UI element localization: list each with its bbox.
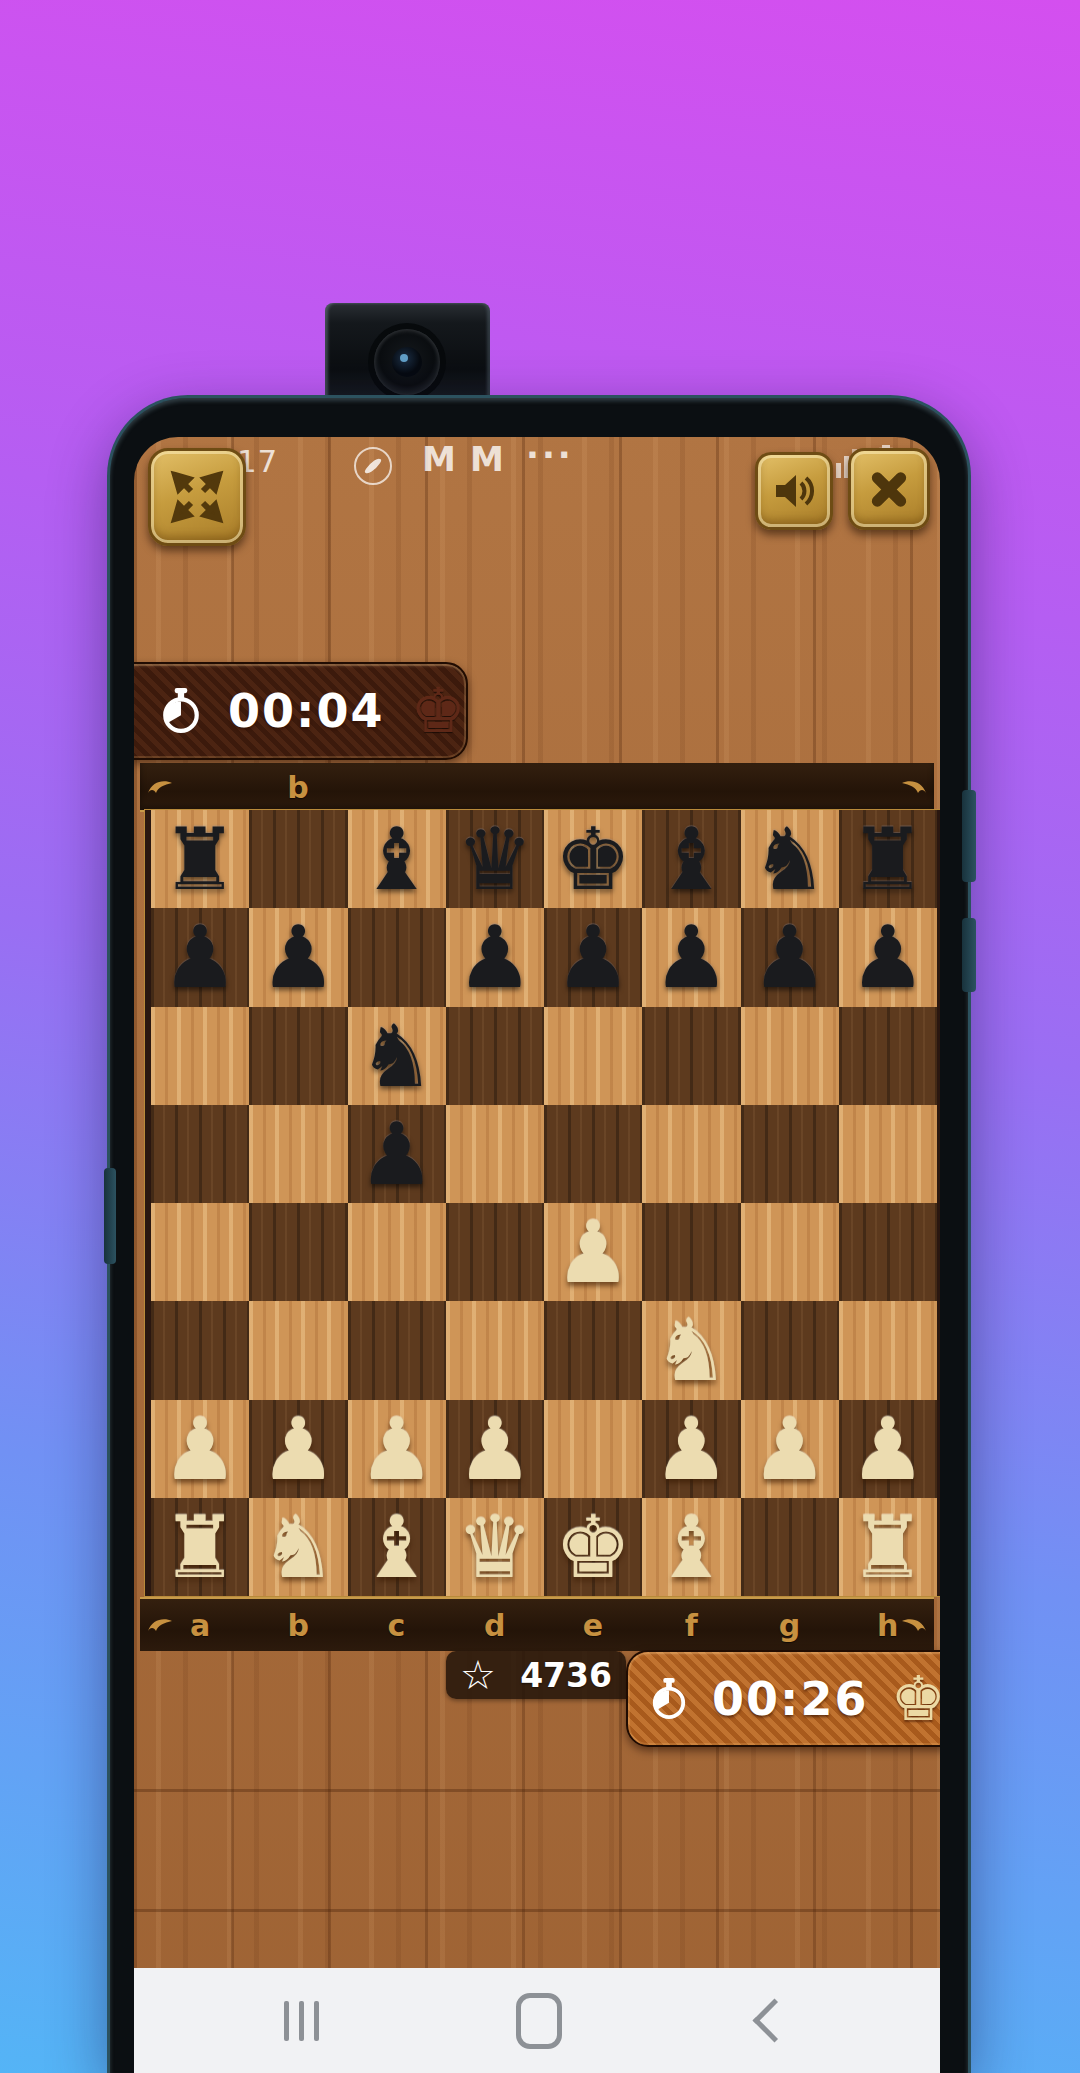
square-e1[interactable]: ♚ (544, 1498, 642, 1596)
volume-button (962, 790, 976, 882)
square-a4[interactable] (151, 1203, 249, 1301)
square-e4[interactable]: ♟ (544, 1203, 642, 1301)
square-c7[interactable] (348, 908, 446, 1006)
file-label-g: g (779, 1608, 800, 1643)
piece-white-N-b1[interactable]: ♞ (249, 1498, 347, 1596)
square-h8[interactable]: ♜ (839, 810, 937, 908)
square-h7[interactable]: ♟ (839, 908, 937, 1006)
square-b4[interactable] (249, 1203, 347, 1301)
square-g2[interactable]: ♟ (741, 1400, 839, 1498)
piece-black-P-h7[interactable]: ♟ (839, 908, 937, 1006)
feather-icon (364, 456, 382, 477)
square-b7[interactable]: ♟ (249, 908, 347, 1006)
piece-white-Q-d1[interactable]: ♛ (446, 1498, 544, 1596)
file-label-a: a (190, 1608, 210, 1643)
square-c8[interactable]: ♝ (348, 810, 446, 908)
square-h6[interactable] (839, 1007, 937, 1105)
gmail-notification-icon: M (422, 439, 456, 479)
square-h3[interactable] (839, 1301, 937, 1399)
white-clock-time: 00:26 (712, 1672, 868, 1726)
piece-black-P-c5[interactable]: ♟ (348, 1105, 446, 1203)
piece-black-P-d7[interactable]: ♟ (446, 908, 544, 1006)
square-d5[interactable] (446, 1105, 544, 1203)
square-e6[interactable] (544, 1007, 642, 1105)
square-b2[interactable]: ♟ (249, 1400, 347, 1498)
camera-lens (374, 329, 440, 395)
star-icon: ☆ (460, 1655, 496, 1695)
square-h2[interactable]: ♟ (839, 1400, 937, 1498)
piece-white-R-h1[interactable]: ♜ (839, 1498, 937, 1596)
square-f6[interactable] (642, 1007, 740, 1105)
popup-camera-module (325, 303, 490, 413)
camera-glint (400, 354, 408, 362)
fullscreen-button[interactable] (148, 448, 246, 546)
phone-screen: 22:17 M M ··· (134, 437, 940, 2073)
piece-black-R-h8[interactable]: ♜ (839, 810, 937, 908)
square-c6[interactable]: ♞ (348, 1007, 446, 1105)
notification-badge-icon (354, 447, 392, 485)
square-h4[interactable] (839, 1203, 937, 1301)
square-g7[interactable]: ♟ (741, 908, 839, 1006)
piece-white-B-f1[interactable]: ♝ (642, 1498, 740, 1596)
square-b8[interactable] (249, 810, 347, 908)
piece-white-K-e1[interactable]: ♚ (544, 1498, 642, 1596)
camera-iris (392, 347, 422, 377)
black-player-clock: 00:04 ♚ (134, 662, 468, 760)
piece-black-P-e7[interactable]: ♟ (544, 908, 642, 1006)
square-e8[interactable]: ♚ (544, 810, 642, 908)
black-clock-time: 00:04 (228, 684, 384, 738)
square-b3[interactable] (249, 1301, 347, 1399)
square-h5[interactable] (839, 1105, 937, 1203)
score-panel: ☆ 4736 (446, 1651, 626, 1699)
square-f8[interactable]: ♝ (642, 810, 740, 908)
black-king-icon: ♚ (410, 680, 466, 742)
board-bottom-border: abcdefgh (140, 1597, 934, 1651)
piece-white-P-f2[interactable]: ♟ (642, 1400, 740, 1498)
white-player-clock: 00:26 ♚ (626, 1650, 940, 1747)
sound-button[interactable] (755, 452, 833, 530)
square-f7[interactable]: ♟ (642, 908, 740, 1006)
file-label-h: h (877, 1608, 898, 1643)
more-notifications-icon: ··· (526, 437, 574, 475)
speaker-icon (771, 468, 817, 514)
stopwatch-icon (160, 679, 202, 743)
square-d6[interactable] (446, 1007, 544, 1105)
square-f3[interactable]: ♞ (642, 1301, 740, 1399)
file-labels-row: abcdefgh (151, 1608, 937, 1648)
square-a1[interactable]: ♜ (151, 1498, 249, 1596)
square-g1[interactable] (741, 1498, 839, 1596)
square-c3[interactable] (348, 1301, 446, 1399)
piece-white-B-c1[interactable]: ♝ (348, 1498, 446, 1596)
square-f4[interactable] (642, 1203, 740, 1301)
x-icon (858, 458, 920, 520)
square-h1[interactable]: ♜ (839, 1498, 937, 1596)
floor-plank-seam (134, 1789, 940, 1792)
square-g4[interactable] (741, 1203, 839, 1301)
piece-black-B-c8[interactable]: ♝ (348, 810, 446, 908)
square-b1[interactable]: ♞ (249, 1498, 347, 1596)
home-button[interactable] (516, 1993, 562, 2049)
piece-black-N-g8[interactable]: ♞ (741, 810, 839, 908)
piece-black-Q-d8[interactable]: ♛ (446, 810, 544, 908)
file-label-c: c (388, 1608, 406, 1643)
piece-black-P-b7[interactable]: ♟ (249, 908, 347, 1006)
square-b6[interactable] (249, 1007, 347, 1105)
square-a7[interactable]: ♟ (151, 908, 249, 1006)
piece-black-K-e8[interactable]: ♚ (544, 810, 642, 908)
power-button (962, 918, 976, 992)
piece-white-P-a2[interactable]: ♟ (151, 1400, 249, 1498)
piece-black-P-g7[interactable]: ♟ (741, 908, 839, 1006)
piece-black-P-a7[interactable]: ♟ (151, 908, 249, 1006)
square-e7[interactable]: ♟ (544, 908, 642, 1006)
square-g8[interactable]: ♞ (741, 810, 839, 908)
recents-button[interactable] (284, 2001, 319, 2041)
square-e5[interactable] (544, 1105, 642, 1203)
square-c5[interactable]: ♟ (348, 1105, 446, 1203)
expand-arrows-icon (169, 469, 225, 525)
square-a8[interactable]: ♜ (151, 810, 249, 908)
square-d3[interactable] (446, 1301, 544, 1399)
scroll-ornament-left (146, 777, 176, 797)
file-label-e: e (583, 1608, 603, 1643)
file-label-b: b (288, 1608, 309, 1643)
piece-white-P-b2[interactable]: ♟ (249, 1400, 347, 1498)
piece-white-P-e4[interactable]: ♟ (544, 1203, 642, 1301)
piece-white-P-g2[interactable]: ♟ (741, 1400, 839, 1498)
square-f2[interactable]: ♟ (642, 1400, 740, 1498)
piece-black-B-f8[interactable]: ♝ (642, 810, 740, 908)
square-e2[interactable] (544, 1400, 642, 1498)
piece-black-P-f7[interactable]: ♟ (642, 908, 740, 1006)
square-d2[interactable]: ♟ (446, 1400, 544, 1498)
screenshot-root: { "game": "chess", "position": { "fen": … (0, 0, 1080, 2073)
file-label-f: f (685, 1608, 698, 1643)
file-label-d: d (484, 1608, 505, 1643)
square-f1[interactable]: ♝ (642, 1498, 740, 1596)
board-grid: ♜♝♛♚♝♞♜♟♟♟♟♟♟♟♞♟♟♞♟♟♟♟♟♟♟♜♞♝♛♚♝♜ (151, 810, 937, 1596)
square-d7[interactable]: ♟ (446, 908, 544, 1006)
square-g5[interactable] (741, 1105, 839, 1203)
back-button[interactable] (753, 1999, 797, 2043)
square-d8[interactable]: ♛ (446, 810, 544, 908)
piece-black-N-c6[interactable]: ♞ (348, 1007, 446, 1105)
square-a5[interactable] (151, 1105, 249, 1203)
square-d1[interactable]: ♛ (446, 1498, 544, 1596)
square-c4[interactable] (348, 1203, 446, 1301)
square-a3[interactable] (151, 1301, 249, 1399)
close-button[interactable] (848, 448, 930, 530)
piece-white-N-f3[interactable]: ♞ (642, 1301, 740, 1399)
scroll-ornament-right (898, 777, 928, 797)
square-d4[interactable] (446, 1203, 544, 1301)
chess-board: ♜♝♛♚♝♞♜♟♟♟♟♟♟♟♞♟♟♞♟♟♟♟♟♟♟♜♞♝♛♚♝♜ (145, 810, 940, 1596)
piece-black-R-a8[interactable]: ♜ (151, 810, 249, 908)
square-c2[interactable]: ♟ (348, 1400, 446, 1498)
square-c1[interactable]: ♝ (348, 1498, 446, 1596)
square-g3[interactable] (741, 1301, 839, 1399)
square-e3[interactable] (544, 1301, 642, 1399)
score-value: 4736 (520, 1656, 612, 1695)
gmail-notification-icon-2: M (470, 439, 504, 479)
board-top-border: b (140, 763, 934, 812)
square-a2[interactable]: ♟ (151, 1400, 249, 1498)
square-f5[interactable] (642, 1105, 740, 1203)
left-side-button (104, 1168, 116, 1264)
floor-plank-seam-2 (134, 1909, 940, 1912)
piece-white-R-a1[interactable]: ♜ (151, 1498, 249, 1596)
top-file-label-b: b (287, 770, 308, 805)
white-king-icon: ♚ (890, 1668, 940, 1730)
stopwatch-icon-white (650, 1668, 688, 1730)
square-b5[interactable] (249, 1105, 347, 1203)
piece-white-P-h2[interactable]: ♟ (839, 1400, 937, 1498)
square-a6[interactable] (151, 1007, 249, 1105)
scroll-ornament-bottom-right (898, 1615, 928, 1635)
android-nav-bar (134, 1968, 940, 2073)
piece-white-P-d2[interactable]: ♟ (446, 1400, 544, 1498)
square-g6[interactable] (741, 1007, 839, 1105)
piece-white-P-c2[interactable]: ♟ (348, 1400, 446, 1498)
